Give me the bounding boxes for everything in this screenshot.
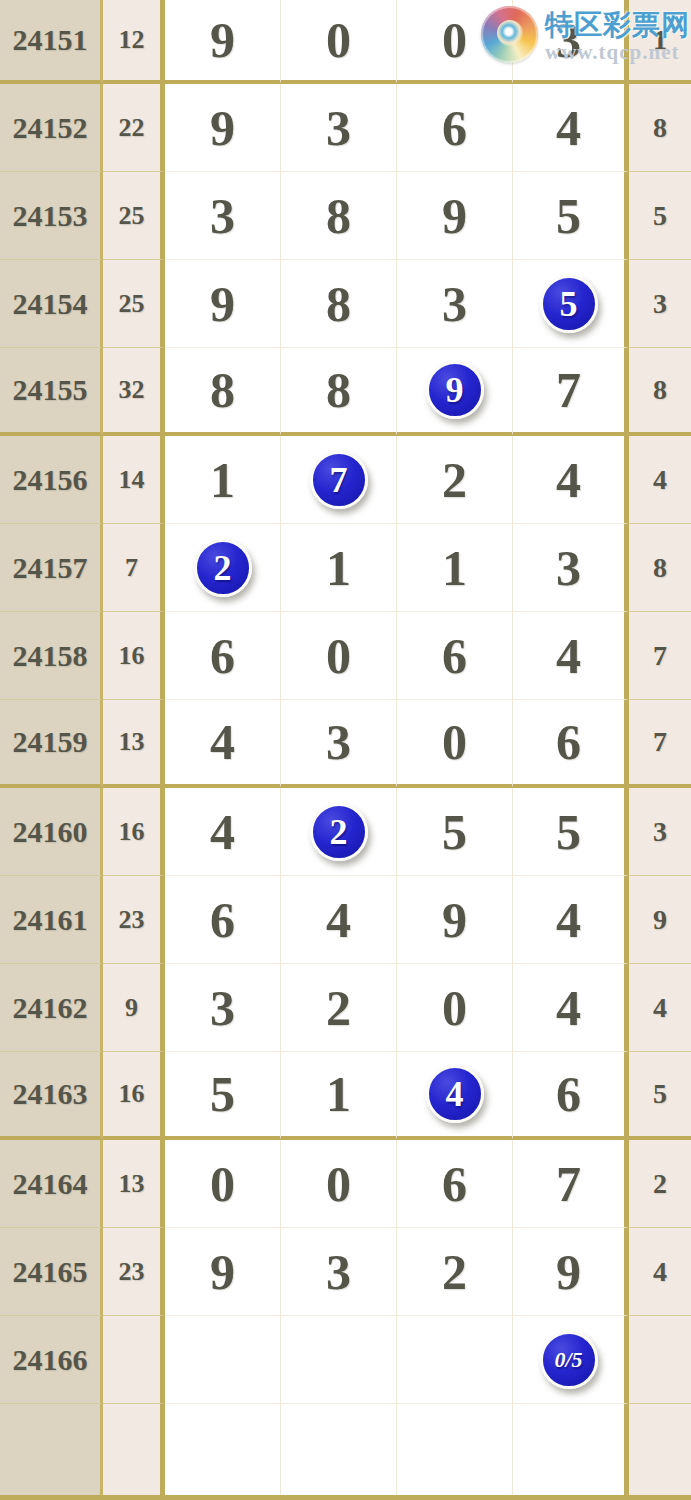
- extra-cell: 7: [629, 612, 691, 700]
- sum-cell: 16: [103, 612, 165, 700]
- period-cell-value: 24164: [13, 1167, 88, 1201]
- digit-cell: 3: [281, 84, 397, 172]
- period-cell-value: 24161: [13, 903, 88, 937]
- extra-cell-value: 7: [653, 726, 667, 758]
- digit-cell: 8: [281, 172, 397, 260]
- digit: 6: [442, 99, 467, 157]
- period-cell-value: 24156: [13, 463, 88, 497]
- digit-cell: 0/5: [513, 1316, 629, 1404]
- digit-cell: 9: [513, 1228, 629, 1316]
- digit-cell: 0: [397, 700, 513, 788]
- circled-digit: 5: [540, 275, 598, 333]
- digit: 9: [210, 1243, 235, 1301]
- digit-cell: [397, 1404, 513, 1495]
- digit: 6: [556, 713, 581, 771]
- table-row-24164: 241641300672: [0, 1140, 691, 1228]
- circled-digit: 2: [194, 539, 252, 597]
- period-cell-value: 24166: [13, 1343, 88, 1377]
- digit: 4: [556, 99, 581, 157]
- period-cell: [0, 1404, 103, 1495]
- sum-cell: 16: [103, 788, 165, 876]
- digit-cell: 8: [281, 260, 397, 348]
- sum-cell: 23: [103, 1228, 165, 1316]
- digit: 3: [442, 275, 467, 333]
- circled-digit: 4: [426, 1065, 484, 1123]
- extra-cell-value: 5: [653, 200, 667, 232]
- sum-cell-value: 16: [119, 641, 145, 671]
- digit: 5: [442, 803, 467, 861]
- table-row-24165: 241652393294: [0, 1228, 691, 1316]
- digit-cell: 6: [513, 1052, 629, 1140]
- digit-cell: 7: [281, 436, 397, 524]
- digit-cell: [165, 1316, 281, 1404]
- extra-cell: 5: [629, 1052, 691, 1140]
- table-row-24153: 241532538955: [0, 172, 691, 260]
- extra-cell-value: 4: [653, 992, 667, 1024]
- digit: 9: [556, 1243, 581, 1301]
- digit-cell: 6: [165, 612, 281, 700]
- digit-cell: 3: [513, 524, 629, 612]
- extra-cell: [629, 1404, 691, 1495]
- digit-cell: 9: [397, 876, 513, 964]
- digit-cell: 9: [165, 1228, 281, 1316]
- table-row-24151: 241511290031: [0, 0, 691, 84]
- digit: 4: [210, 713, 235, 771]
- sum-cell-value: 23: [119, 1257, 145, 1287]
- extra-cell: 3: [629, 260, 691, 348]
- digit-cell: 4: [513, 876, 629, 964]
- digit: 6: [210, 891, 235, 949]
- sum-cell: 9: [103, 964, 165, 1052]
- digit-cell: 1: [281, 524, 397, 612]
- extra-cell: 2: [629, 1140, 691, 1228]
- table-row-24159: 241591343067: [0, 700, 691, 788]
- period-cell: 24159: [0, 700, 103, 788]
- sum-cell: 7: [103, 524, 165, 612]
- digit: 2: [326, 979, 351, 1037]
- digit: 1: [326, 1065, 351, 1123]
- digit-cell: [281, 1404, 397, 1495]
- digit-cell: 3: [165, 964, 281, 1052]
- extra-cell-value: 3: [653, 288, 667, 320]
- digit-cell: 1: [397, 524, 513, 612]
- period-cell: 24157: [0, 524, 103, 612]
- period-cell-value: 24151: [13, 23, 88, 57]
- digit: 6: [210, 627, 235, 685]
- extra-cell-value: 4: [653, 1256, 667, 1288]
- digit-cell: 8: [281, 348, 397, 436]
- digit: 4: [326, 891, 351, 949]
- period-cell-value: 24162: [13, 991, 88, 1025]
- digit: 9: [442, 187, 467, 245]
- digit-cell: 7: [513, 348, 629, 436]
- digit-cell: 0: [165, 1140, 281, 1228]
- digit-cell: 0: [397, 0, 513, 84]
- extra-cell: 4: [629, 436, 691, 524]
- digit: 9: [210, 99, 235, 157]
- digit-cell: 6: [397, 612, 513, 700]
- period-cell: 24162: [0, 964, 103, 1052]
- sum-cell: [103, 1404, 165, 1495]
- period-cell-value: 24160: [13, 815, 88, 849]
- digit: 4: [556, 979, 581, 1037]
- period-cell: 24165: [0, 1228, 103, 1316]
- digit: 0: [326, 1155, 351, 1213]
- extra-cell: 5: [629, 172, 691, 260]
- digit: 0: [442, 713, 467, 771]
- extra-cell-value: 5: [653, 1078, 667, 1110]
- extra-cell-value: 7: [653, 640, 667, 672]
- digit-cell: [397, 1316, 513, 1404]
- digit-cell: 3: [281, 1228, 397, 1316]
- sum-cell-value: 16: [119, 817, 145, 847]
- digit: 2: [442, 1243, 467, 1301]
- period-cell: 24164: [0, 1140, 103, 1228]
- digit-cell: [281, 1316, 397, 1404]
- extra-cell-value: 9: [653, 904, 667, 936]
- digit: 0: [442, 979, 467, 1037]
- digit: 0: [442, 11, 467, 69]
- extra-cell: 8: [629, 348, 691, 436]
- digit-cell: 2: [165, 524, 281, 612]
- period-cell-value: 24152: [13, 111, 88, 145]
- sum-cell: 22: [103, 84, 165, 172]
- sum-cell: 13: [103, 700, 165, 788]
- digit-cell: 3: [165, 172, 281, 260]
- digit-cell: 4: [513, 964, 629, 1052]
- table-row-24154: 241542598353: [0, 260, 691, 348]
- period-cell-value: 24159: [13, 725, 88, 759]
- digit: 8: [326, 187, 351, 245]
- digit-cell: 5: [397, 788, 513, 876]
- digit: 3: [326, 1243, 351, 1301]
- extra-cell-value: 3: [653, 816, 667, 848]
- digit: 3: [326, 99, 351, 157]
- circled-digit: 7: [310, 451, 368, 509]
- digit-cell: 7: [513, 1140, 629, 1228]
- digit: 6: [442, 627, 467, 685]
- digit: 0: [326, 11, 351, 69]
- digit: 6: [442, 1155, 467, 1213]
- digit-cell: 1: [165, 436, 281, 524]
- table-row-24155: 241553288978: [0, 348, 691, 436]
- period-cell: 24153: [0, 172, 103, 260]
- digit-cell: 0: [281, 612, 397, 700]
- digit: 9: [442, 891, 467, 949]
- sum-cell: 25: [103, 260, 165, 348]
- digit: 3: [210, 187, 235, 245]
- period-cell: 24152: [0, 84, 103, 172]
- digit-cell: 4: [513, 84, 629, 172]
- digit: 4: [210, 803, 235, 861]
- digit-cell: 5: [513, 788, 629, 876]
- digit-cell: 9: [397, 348, 513, 436]
- sum-cell-value: 7: [125, 553, 138, 583]
- extra-cell: 4: [629, 964, 691, 1052]
- digit: 6: [556, 1065, 581, 1123]
- digit-cell: 2: [397, 436, 513, 524]
- sum-cell-value: 13: [119, 1169, 145, 1199]
- table-row-24162: 24162932044: [0, 964, 691, 1052]
- digit-cell: 3: [281, 700, 397, 788]
- digit: 4: [556, 627, 581, 685]
- sum-cell: 12: [103, 0, 165, 84]
- circled-digit: 0/5: [540, 1331, 598, 1389]
- extra-cell-value: 8: [653, 112, 667, 144]
- digit: 0: [210, 1155, 235, 1213]
- extra-cell: 9: [629, 876, 691, 964]
- period-cell: 24161: [0, 876, 103, 964]
- table-row-24166: 241660/5: [0, 1316, 691, 1404]
- digit-cell: 5: [513, 172, 629, 260]
- digit-cell: 4: [513, 612, 629, 700]
- digit-cell: 3: [397, 260, 513, 348]
- table-row-24152: 241522293648: [0, 84, 691, 172]
- digit-cell: 0: [281, 0, 397, 84]
- extra-cell-value: 8: [653, 374, 667, 406]
- digit: 5: [556, 187, 581, 245]
- sum-cell: 25: [103, 172, 165, 260]
- extra-cell-value: 8: [653, 552, 667, 584]
- sum-cell: 16: [103, 1052, 165, 1140]
- circled-digit: 9: [426, 361, 484, 419]
- digit-cell: 9: [165, 260, 281, 348]
- extra-cell-value: 4: [653, 464, 667, 496]
- table-row-24156: 241561417244: [0, 436, 691, 524]
- table-row-24158: 241581660647: [0, 612, 691, 700]
- digit: 5: [210, 1065, 235, 1123]
- digit-cell: [513, 1404, 629, 1495]
- period-cell-value: 24158: [13, 639, 88, 673]
- period-cell: 24154: [0, 260, 103, 348]
- digit: 1: [326, 539, 351, 597]
- period-cell-value: 24165: [13, 1255, 88, 1289]
- sum-cell-value: 32: [119, 375, 145, 405]
- digit: 9: [210, 11, 235, 69]
- digit: 3: [210, 979, 235, 1037]
- period-cell-value: 24157: [13, 551, 88, 585]
- period-cell: 24158: [0, 612, 103, 700]
- sum-cell: 14: [103, 436, 165, 524]
- sum-cell: 32: [103, 348, 165, 436]
- digit-cell: 5: [165, 1052, 281, 1140]
- period-cell: 24156: [0, 436, 103, 524]
- digit: 1: [442, 539, 467, 597]
- circled-digit: 2: [310, 803, 368, 861]
- digit-cell: 2: [281, 788, 397, 876]
- period-cell-value: 24154: [13, 287, 88, 321]
- sum-cell: 13: [103, 1140, 165, 1228]
- period-cell-value: 24163: [13, 1077, 88, 1111]
- digit-cell: 4: [281, 876, 397, 964]
- digit-cell: 0: [397, 964, 513, 1052]
- period-cell-value: 24153: [13, 199, 88, 233]
- digit: 3: [326, 713, 351, 771]
- extra-cell: 7: [629, 700, 691, 788]
- period-cell: 24155: [0, 348, 103, 436]
- sum-cell-value: 12: [119, 25, 145, 55]
- digit: 7: [556, 361, 581, 419]
- sum-cell-value: 25: [119, 201, 145, 231]
- digit-cell: 6: [397, 84, 513, 172]
- table-row-24160: 241601642553: [0, 788, 691, 876]
- digit-cell: 0: [281, 1140, 397, 1228]
- digit: 2: [442, 451, 467, 509]
- extra-cell-value: 1: [653, 24, 667, 56]
- digit-cell: 2: [281, 964, 397, 1052]
- sum-cell-value: 25: [119, 289, 145, 319]
- sum-cell-value: 14: [119, 465, 145, 495]
- sum-cell: 23: [103, 876, 165, 964]
- digit-cell: 9: [165, 0, 281, 84]
- digit-cell: 4: [397, 1052, 513, 1140]
- digit: 3: [556, 11, 581, 69]
- digit: 4: [556, 891, 581, 949]
- digit-cell: 4: [513, 436, 629, 524]
- extra-cell: 8: [629, 84, 691, 172]
- digit: 8: [326, 275, 351, 333]
- digit-cell: 8: [165, 348, 281, 436]
- table-row-empty: [0, 1404, 691, 1495]
- sum-cell: [103, 1316, 165, 1404]
- digit: 5: [556, 803, 581, 861]
- extra-cell: [629, 1316, 691, 1404]
- sum-cell-value: 13: [119, 727, 145, 757]
- trend-table: 特区彩票网 www.tqcp.net 241511290031241522293…: [0, 0, 691, 1500]
- table-row-24161: 241612364949: [0, 876, 691, 964]
- digit-cell: 2: [397, 1228, 513, 1316]
- digit: 4: [556, 451, 581, 509]
- digit-cell: 3: [513, 0, 629, 84]
- period-cell: 24160: [0, 788, 103, 876]
- sum-cell-value: 23: [119, 905, 145, 935]
- period-cell: 24166: [0, 1316, 103, 1404]
- digit-cell: 6: [513, 700, 629, 788]
- digit-cell: [165, 1404, 281, 1495]
- digit-cell: 6: [165, 876, 281, 964]
- digit-cell: 9: [165, 84, 281, 172]
- digit: 3: [556, 539, 581, 597]
- extra-cell-value: 2: [653, 1168, 667, 1200]
- table-row-24157: 24157721138: [0, 524, 691, 612]
- period-cell: 24163: [0, 1052, 103, 1140]
- digit: 1: [210, 451, 235, 509]
- period-cell-value: 24155: [13, 373, 88, 407]
- digit: 0: [326, 627, 351, 685]
- sum-cell-value: 16: [119, 1079, 145, 1109]
- digit-cell: 4: [165, 700, 281, 788]
- digit-cell: 9: [397, 172, 513, 260]
- digit-cell: 5: [513, 260, 629, 348]
- extra-cell: 1: [629, 0, 691, 84]
- digit-cell: 1: [281, 1052, 397, 1140]
- digit: 9: [210, 275, 235, 333]
- sum-cell-value: 22: [119, 113, 145, 143]
- digit: 7: [556, 1155, 581, 1213]
- digit: 8: [210, 361, 235, 419]
- digit-cell: 6: [397, 1140, 513, 1228]
- digit: 8: [326, 361, 351, 419]
- extra-cell: 3: [629, 788, 691, 876]
- digit-cell: 4: [165, 788, 281, 876]
- sum-cell-value: 9: [125, 993, 138, 1023]
- table-row-24163: 241631651465: [0, 1052, 691, 1140]
- extra-cell: 8: [629, 524, 691, 612]
- period-cell: 24151: [0, 0, 103, 84]
- extra-cell: 4: [629, 1228, 691, 1316]
